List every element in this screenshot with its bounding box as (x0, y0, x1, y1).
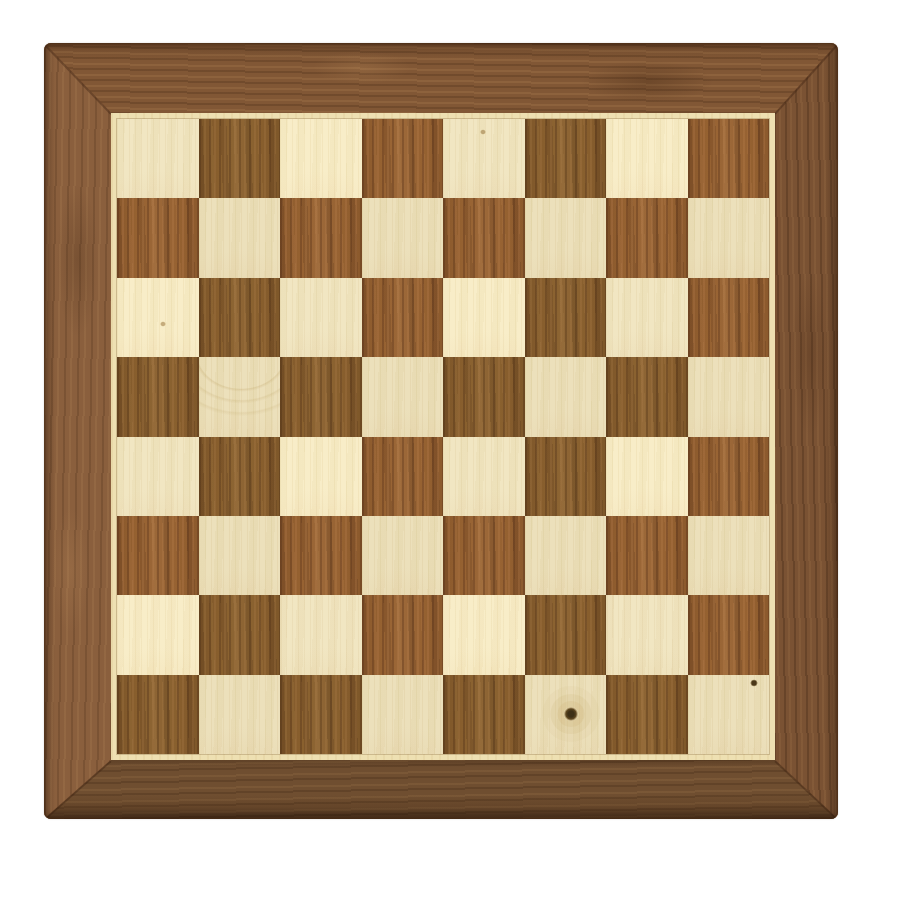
square-g3 (606, 516, 688, 595)
square-a7 (117, 198, 199, 277)
square-b2 (199, 595, 281, 674)
square-a8 (117, 119, 199, 198)
square-f2 (525, 595, 607, 674)
square-b1 (199, 675, 281, 754)
square-d2 (362, 595, 444, 674)
square-h8 (688, 119, 770, 198)
square-h3 (688, 516, 770, 595)
board-frame-right (775, 43, 838, 819)
square-a1 (117, 675, 199, 754)
square-e3 (443, 516, 525, 595)
square-g8 (606, 119, 688, 198)
square-d1 (362, 675, 444, 754)
square-c2 (280, 595, 362, 674)
square-a3 (117, 516, 199, 595)
wood-knot-h1 (750, 679, 758, 686)
square-a4 (117, 437, 199, 516)
square-b6 (199, 278, 281, 357)
square-e8 (443, 119, 525, 198)
square-h4 (688, 437, 770, 516)
square-g6 (606, 278, 688, 357)
wood-knot-f1 (563, 707, 578, 721)
square-d5 (362, 357, 444, 436)
square-g2 (606, 595, 688, 674)
square-g4 (606, 437, 688, 516)
square-h6 (688, 278, 770, 357)
square-a6 (117, 278, 199, 357)
square-c5 (280, 357, 362, 436)
square-c8 (280, 119, 362, 198)
board-frame-bottom (44, 760, 838, 819)
square-e6 (443, 278, 525, 357)
square-c1 (280, 675, 362, 754)
square-g7 (606, 198, 688, 277)
square-e1 (443, 675, 525, 754)
square-h1 (688, 675, 770, 754)
square-e4 (443, 437, 525, 516)
square-b8 (199, 119, 281, 198)
square-f6 (525, 278, 607, 357)
square-c7 (280, 198, 362, 277)
square-h5 (688, 357, 770, 436)
square-g1 (606, 675, 688, 754)
wood-knot-a6 (160, 321, 166, 326)
square-b3 (199, 516, 281, 595)
square-c3 (280, 516, 362, 595)
square-c4 (280, 437, 362, 516)
square-a5 (117, 357, 199, 436)
square-f3 (525, 516, 607, 595)
board-frame-left (44, 43, 111, 819)
square-d6 (362, 278, 444, 357)
square-d8 (362, 119, 444, 198)
square-e7 (443, 198, 525, 277)
wood-knot-e8 (480, 129, 486, 134)
square-e2 (443, 595, 525, 674)
board-squares (117, 119, 769, 754)
square-h7 (688, 198, 770, 277)
square-c6 (280, 278, 362, 357)
square-f5 (525, 357, 607, 436)
square-b7 (199, 198, 281, 277)
photo-background (0, 0, 900, 900)
square-f7 (525, 198, 607, 277)
square-f4 (525, 437, 607, 516)
square-b5 (199, 357, 281, 436)
square-f1 (525, 675, 607, 754)
square-e5 (443, 357, 525, 436)
square-d3 (362, 516, 444, 595)
square-g5 (606, 357, 688, 436)
square-h2 (688, 595, 770, 674)
square-d7 (362, 198, 444, 277)
board-frame-top (44, 43, 838, 113)
square-f8 (525, 119, 607, 198)
chess-board (44, 43, 838, 819)
square-a2 (117, 595, 199, 674)
square-d4 (362, 437, 444, 516)
square-b4 (199, 437, 281, 516)
